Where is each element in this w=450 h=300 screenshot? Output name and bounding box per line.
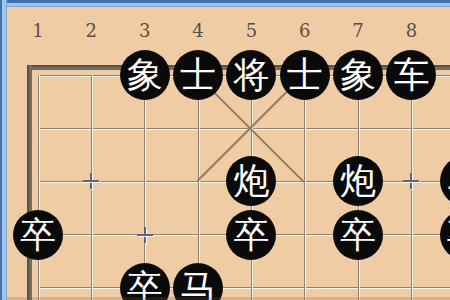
- column-label: 4: [186, 21, 210, 41]
- grid-hline: [38, 128, 450, 129]
- black-soldier[interactable]: 卒: [120, 263, 170, 300]
- column-label: 6: [293, 21, 317, 41]
- xiangqi-board-screenshot: 12345678 象士将士象车炮炮马卒卒卒卒卒马: [0, 0, 450, 300]
- column-label: 8: [399, 21, 423, 41]
- cannon-point-marker: [403, 173, 419, 189]
- black-general[interactable]: 将: [226, 50, 276, 100]
- black-cannon[interactable]: 炮: [333, 156, 383, 206]
- grid-vline: [304, 75, 305, 300]
- black-soldier-clipped[interactable]: 卒: [440, 210, 450, 260]
- black-cannon[interactable]: 炮: [226, 156, 276, 206]
- column-label: 7: [346, 21, 370, 41]
- black-advisor[interactable]: 士: [173, 50, 223, 100]
- black-elephant[interactable]: 象: [120, 50, 170, 100]
- board-border-left: [27, 65, 32, 300]
- black-horse-clipped[interactable]: 马: [440, 156, 450, 206]
- window-frame-top-edge: [0, 0, 450, 7]
- grid-vline: [38, 75, 39, 300]
- black-soldier[interactable]: 卒: [13, 210, 63, 260]
- grid-hline: [38, 287, 450, 288]
- column-label: 3: [133, 21, 157, 41]
- black-soldier[interactable]: 卒: [226, 210, 276, 260]
- column-label: 5: [239, 21, 263, 41]
- window-frame-left-edge: [0, 0, 7, 300]
- soldier-point-marker: [137, 227, 153, 243]
- black-soldier[interactable]: 卒: [333, 210, 383, 260]
- cannon-point-marker: [83, 173, 99, 189]
- black-horse[interactable]: 马: [173, 263, 223, 300]
- column-label: 1: [26, 21, 50, 41]
- black-chariot[interactable]: 车: [386, 50, 436, 100]
- black-advisor[interactable]: 士: [280, 50, 330, 100]
- black-elephant[interactable]: 象: [333, 50, 383, 100]
- column-label: 2: [79, 21, 103, 41]
